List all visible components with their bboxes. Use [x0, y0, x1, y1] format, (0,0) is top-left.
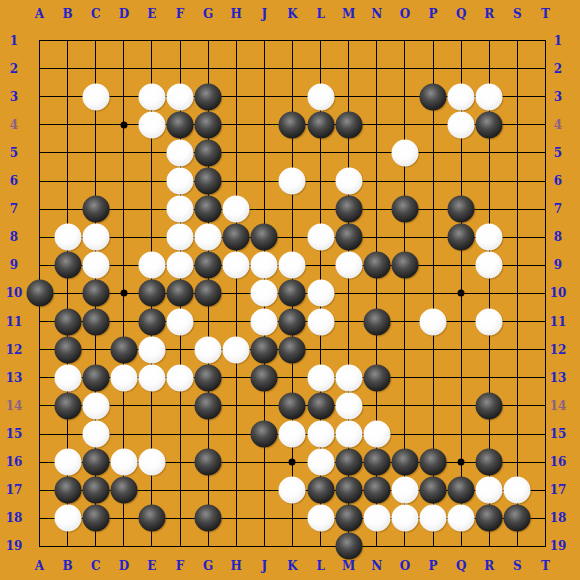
black-stone-J15 [251, 421, 278, 448]
column-label-P: P [429, 559, 438, 573]
column-label-C: C [91, 559, 101, 573]
black-stone-M17 [335, 477, 362, 504]
white-stone-B18 [54, 505, 81, 532]
row-label-1: 1 [554, 34, 562, 48]
column-label-G: G [203, 559, 213, 573]
column-label-O: O [400, 559, 410, 573]
white-stone-F5 [167, 139, 194, 166]
column-label-D: D [119, 559, 129, 573]
white-stone-P11 [420, 308, 447, 335]
column-label-G: G [203, 7, 213, 21]
black-stone-M8 [335, 224, 362, 251]
column-label-E: E [147, 559, 156, 573]
black-stone-R4 [476, 111, 503, 138]
black-stone-L4 [307, 111, 334, 138]
row-label-5: 5 [554, 146, 562, 160]
white-stone-E3 [138, 83, 165, 110]
column-label-K: K [287, 7, 297, 21]
column-label-R: R [484, 559, 494, 573]
row-label-18: 18 [550, 511, 567, 525]
column-label-L: L [316, 7, 324, 21]
white-stone-Q18 [448, 505, 475, 532]
row-label-10: 10 [6, 286, 23, 300]
black-stone-B17 [54, 477, 81, 504]
white-stone-L15 [307, 421, 334, 448]
black-stone-C16 [82, 449, 109, 476]
column-label-B: B [63, 559, 73, 573]
white-stone-N15 [363, 421, 390, 448]
black-stone-H8 [223, 224, 250, 251]
white-stone-R3 [476, 83, 503, 110]
white-stone-F7 [167, 196, 194, 223]
star-point [458, 459, 465, 466]
black-stone-G14 [195, 392, 222, 419]
white-stone-C9 [82, 252, 109, 279]
black-stone-G5 [195, 139, 222, 166]
row-label-9: 9 [10, 258, 18, 272]
column-label-L: L [316, 559, 324, 573]
black-stone-G18 [195, 505, 222, 532]
star-point [458, 290, 465, 297]
white-stone-H7 [223, 196, 250, 223]
black-stone-N9 [363, 252, 390, 279]
white-stone-R17 [476, 477, 503, 504]
white-stone-R8 [476, 224, 503, 251]
white-stone-M15 [335, 421, 362, 448]
white-stone-F11 [167, 308, 194, 335]
white-stone-C14 [82, 392, 109, 419]
white-stone-R11 [476, 308, 503, 335]
row-label-16: 16 [550, 455, 567, 469]
row-label-11: 11 [550, 315, 567, 329]
black-stone-G6 [195, 168, 222, 195]
row-label-16: 16 [6, 455, 23, 469]
black-stone-N13 [363, 364, 390, 391]
black-stone-J13 [251, 364, 278, 391]
black-stone-G9 [195, 252, 222, 279]
white-stone-E9 [138, 252, 165, 279]
black-stone-K10 [279, 280, 306, 307]
white-stone-B13 [54, 364, 81, 391]
black-stone-L17 [307, 477, 334, 504]
column-label-T: T [541, 7, 550, 21]
black-stone-M4 [335, 111, 362, 138]
black-stone-O9 [391, 252, 418, 279]
black-stone-C10 [82, 280, 109, 307]
row-label-1: 1 [10, 34, 18, 48]
black-stone-E18 [138, 505, 165, 532]
go-board-app: ABCDEFGHJKLMNOPQRST ABCDEFGHJKLMNOPQRST … [0, 0, 580, 580]
row-label-8: 8 [10, 230, 18, 244]
white-stone-L3 [307, 83, 334, 110]
white-stone-S17 [504, 477, 531, 504]
black-stone-K12 [279, 336, 306, 363]
black-stone-N11 [363, 308, 390, 335]
column-label-J: J [262, 7, 268, 21]
row-label-14: 14 [6, 399, 23, 413]
white-stone-M9 [335, 252, 362, 279]
black-stone-J8 [251, 224, 278, 251]
white-stone-F6 [167, 168, 194, 195]
white-stone-P18 [420, 505, 447, 532]
white-stone-E12 [138, 336, 165, 363]
white-stone-O17 [391, 477, 418, 504]
white-stone-O5 [391, 139, 418, 166]
white-stone-L13 [307, 364, 334, 391]
black-stone-J12 [251, 336, 278, 363]
column-label-C: C [91, 7, 101, 21]
white-stone-E4 [138, 111, 165, 138]
star-point [289, 459, 296, 466]
row-label-18: 18 [6, 511, 23, 525]
white-stone-B8 [54, 224, 81, 251]
column-label-H: H [231, 7, 242, 21]
white-stone-L11 [307, 308, 334, 335]
grid-line-vertical [517, 40, 518, 547]
black-stone-B9 [54, 252, 81, 279]
black-stone-Q7 [448, 196, 475, 223]
white-stone-K6 [279, 168, 306, 195]
row-label-11: 11 [6, 315, 23, 329]
white-stone-C8 [82, 224, 109, 251]
row-label-3: 3 [10, 90, 18, 104]
row-label-19: 19 [6, 539, 23, 553]
column-label-S: S [513, 7, 522, 21]
column-label-M: M [342, 559, 355, 573]
grid-line-vertical [545, 40, 546, 547]
black-stone-E10 [138, 280, 165, 307]
white-stone-O18 [391, 505, 418, 532]
white-stone-L16 [307, 449, 334, 476]
white-stone-L18 [307, 505, 334, 532]
row-label-4: 4 [10, 118, 18, 132]
white-stone-H9 [223, 252, 250, 279]
white-stone-Q4 [448, 111, 475, 138]
black-stone-C13 [82, 364, 109, 391]
row-label-3: 3 [554, 90, 562, 104]
row-label-14: 14 [550, 399, 567, 413]
black-stone-C7 [82, 196, 109, 223]
column-label-N: N [371, 559, 382, 573]
column-label-H: H [231, 559, 242, 573]
black-stone-P3 [420, 83, 447, 110]
black-stone-R16 [476, 449, 503, 476]
black-stone-M7 [335, 196, 362, 223]
black-stone-Q17 [448, 477, 475, 504]
row-label-10: 10 [550, 286, 567, 300]
black-stone-D12 [110, 336, 137, 363]
column-label-R: R [484, 7, 494, 21]
white-stone-B16 [54, 449, 81, 476]
black-stone-M19 [335, 533, 362, 560]
white-stone-E16 [138, 449, 165, 476]
white-stone-J11 [251, 308, 278, 335]
row-label-15: 15 [6, 427, 23, 441]
white-stone-C3 [82, 83, 109, 110]
white-stone-Q3 [448, 83, 475, 110]
black-stone-G16 [195, 449, 222, 476]
row-label-6: 6 [554, 174, 562, 188]
column-label-Q: Q [456, 559, 466, 573]
white-stone-F9 [167, 252, 194, 279]
column-label-B: B [63, 7, 73, 21]
white-stone-F3 [167, 83, 194, 110]
black-stone-N16 [363, 449, 390, 476]
column-label-M: M [342, 7, 355, 21]
column-label-T: T [541, 559, 550, 573]
black-stone-C17 [82, 477, 109, 504]
white-stone-L8 [307, 224, 334, 251]
row-label-12: 12 [550, 343, 567, 357]
black-stone-B12 [54, 336, 81, 363]
white-stone-J10 [251, 280, 278, 307]
row-label-4: 4 [554, 118, 562, 132]
white-stone-N18 [363, 505, 390, 532]
row-label-8: 8 [554, 230, 562, 244]
white-stone-D13 [110, 364, 137, 391]
column-label-Q: Q [456, 7, 466, 21]
black-stone-R18 [476, 505, 503, 532]
row-label-17: 17 [6, 483, 23, 497]
column-label-S: S [513, 559, 522, 573]
white-stone-M13 [335, 364, 362, 391]
black-stone-A10 [26, 280, 53, 307]
black-stone-D17 [110, 477, 137, 504]
row-label-6: 6 [10, 174, 18, 188]
row-label-2: 2 [554, 62, 562, 76]
white-stone-L10 [307, 280, 334, 307]
row-label-5: 5 [10, 146, 18, 160]
column-label-N: N [371, 7, 382, 21]
grid-line-horizontal [39, 546, 546, 547]
column-label-O: O [400, 7, 410, 21]
black-stone-P17 [420, 477, 447, 504]
white-stone-E13 [138, 364, 165, 391]
black-stone-S18 [504, 505, 531, 532]
black-stone-G4 [195, 111, 222, 138]
black-stone-F10 [167, 280, 194, 307]
black-stone-B14 [54, 392, 81, 419]
row-label-12: 12 [6, 343, 23, 357]
column-label-D: D [119, 7, 129, 21]
white-stone-H12 [223, 336, 250, 363]
column-label-F: F [176, 559, 185, 573]
black-stone-L14 [307, 392, 334, 419]
star-point [120, 121, 127, 128]
black-stone-G3 [195, 83, 222, 110]
black-stone-O7 [391, 196, 418, 223]
row-label-9: 9 [554, 258, 562, 272]
row-label-2: 2 [10, 62, 18, 76]
black-stone-C11 [82, 308, 109, 335]
column-label-P: P [429, 7, 438, 21]
row-label-13: 13 [6, 371, 23, 385]
white-stone-K15 [279, 421, 306, 448]
white-stone-J9 [251, 252, 278, 279]
column-label-A: A [35, 559, 44, 573]
white-stone-F13 [167, 364, 194, 391]
white-stone-G12 [195, 336, 222, 363]
row-label-7: 7 [554, 202, 562, 216]
white-stone-K9 [279, 252, 306, 279]
white-stone-M14 [335, 392, 362, 419]
row-label-15: 15 [550, 427, 567, 441]
column-label-A: A [35, 7, 44, 21]
white-stone-M6 [335, 168, 362, 195]
black-stone-N17 [363, 477, 390, 504]
black-stone-K14 [279, 392, 306, 419]
white-stone-K17 [279, 477, 306, 504]
black-stone-C18 [82, 505, 109, 532]
row-label-7: 7 [10, 202, 18, 216]
black-stone-O16 [391, 449, 418, 476]
black-stone-M16 [335, 449, 362, 476]
column-label-K: K [287, 559, 297, 573]
white-stone-G8 [195, 224, 222, 251]
white-stone-F8 [167, 224, 194, 251]
black-stone-Q8 [448, 224, 475, 251]
black-stone-G13 [195, 364, 222, 391]
black-stone-M18 [335, 505, 362, 532]
black-stone-G7 [195, 196, 222, 223]
column-label-F: F [176, 7, 185, 21]
row-label-13: 13 [550, 371, 567, 385]
column-label-J: J [262, 559, 268, 573]
white-stone-D16 [110, 449, 137, 476]
black-stone-R14 [476, 392, 503, 419]
white-stone-R9 [476, 252, 503, 279]
star-point [120, 290, 127, 297]
row-label-17: 17 [550, 483, 567, 497]
black-stone-K4 [279, 111, 306, 138]
black-stone-P16 [420, 449, 447, 476]
black-stone-B11 [54, 308, 81, 335]
black-stone-K11 [279, 308, 306, 335]
column-label-E: E [147, 7, 156, 21]
black-stone-F4 [167, 111, 194, 138]
white-stone-C15 [82, 421, 109, 448]
black-stone-E11 [138, 308, 165, 335]
black-stone-G10 [195, 280, 222, 307]
row-label-19: 19 [550, 539, 567, 553]
